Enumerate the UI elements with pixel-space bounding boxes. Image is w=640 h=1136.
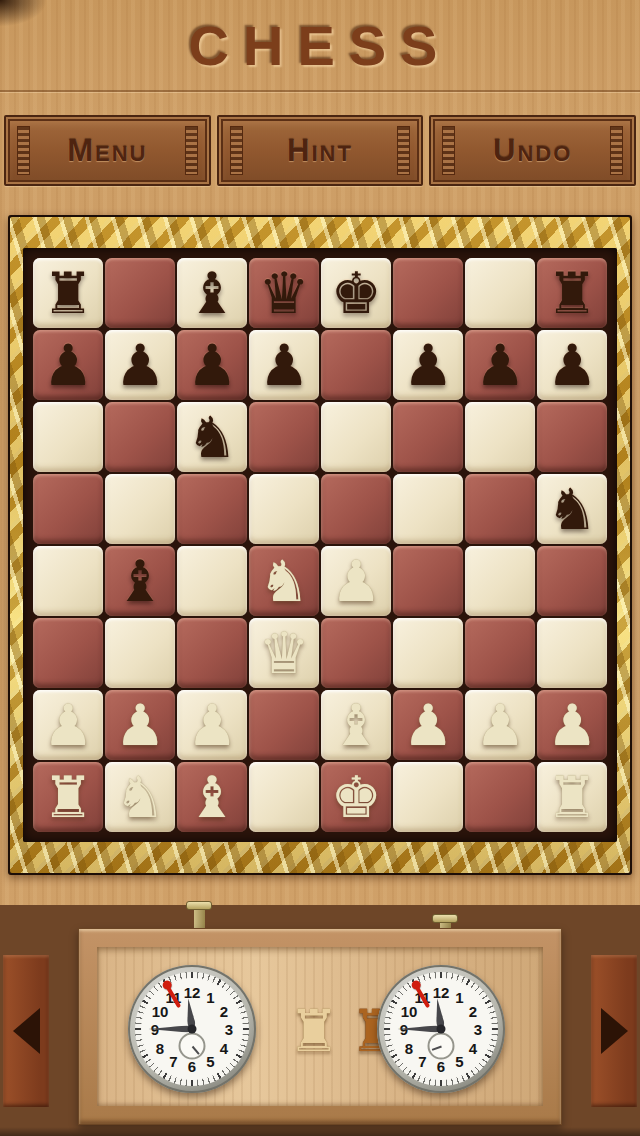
black-knight: ♞ (177, 402, 247, 472)
next-arrow-button[interactable] (591, 955, 637, 1107)
toolbar: Menu Hint Undo (0, 92, 640, 215)
square-h5[interactable]: ♞ (537, 474, 607, 544)
square-a2[interactable]: ♟ (33, 690, 103, 760)
black-bishop: ♝ (105, 546, 175, 616)
white-clock: 1 2 3 4 5 6 7 8 9 10 11 12 (128, 965, 256, 1093)
square-e2[interactable]: ♝ (321, 690, 391, 760)
menu-button-label: Menu (67, 133, 147, 169)
square-h3[interactable] (537, 618, 607, 688)
square-b6[interactable] (105, 402, 175, 472)
square-g1[interactable] (465, 762, 535, 832)
square-a8[interactable]: ♜ (33, 258, 103, 328)
square-a5[interactable] (33, 474, 103, 544)
white-bishop: ♝ (177, 762, 247, 832)
white-pawn: ♟ (537, 690, 607, 760)
black-clock-face: 1 2 3 4 5 6 7 8 9 10 11 12 (390, 978, 492, 1080)
white-pawn: ♟ (177, 690, 247, 760)
square-d3[interactable]: ♛ (249, 618, 319, 688)
black-pawn: ♟ (249, 330, 319, 400)
square-b5[interactable] (105, 474, 175, 544)
square-c1[interactable]: ♝ (177, 762, 247, 832)
chess-app-screen: CHESS Menu Hint Undo ♜♝♛♚♜♟♟♟♟♟♟♟♞♞♝♞♟♛♟… (0, 0, 640, 1136)
black-rook: ♜ (33, 258, 103, 328)
square-c5[interactable] (177, 474, 247, 544)
square-c3[interactable] (177, 618, 247, 688)
board-backing: ♜♝♛♚♜♟♟♟♟♟♟♟♞♞♝♞♟♛♟♟♟♝♟♟♟♜♞♝♚♜ (23, 248, 617, 842)
square-f4[interactable] (393, 546, 463, 616)
square-c4[interactable] (177, 546, 247, 616)
button-ornament-icon (185, 126, 198, 175)
square-f3[interactable] (393, 618, 463, 688)
square-b8[interactable] (105, 258, 175, 328)
white-knight: ♞ (105, 762, 175, 832)
white-rook: ♜ (537, 762, 607, 832)
white-rook: ♜ (33, 762, 103, 832)
plunger-cap (432, 914, 458, 923)
square-f1[interactable] (393, 762, 463, 832)
square-d8[interactable]: ♛ (249, 258, 319, 328)
prev-arrow-button[interactable] (3, 955, 49, 1107)
square-h8[interactable]: ♜ (537, 258, 607, 328)
square-d4[interactable]: ♞ (249, 546, 319, 616)
square-g5[interactable] (465, 474, 535, 544)
square-g7[interactable]: ♟ (465, 330, 535, 400)
menu-button[interactable]: Menu (4, 115, 211, 186)
square-a7[interactable]: ♟ (33, 330, 103, 400)
white-clock-face: 1 2 3 4 5 6 7 8 9 10 11 12 (141, 978, 243, 1080)
square-c7[interactable]: ♟ (177, 330, 247, 400)
page-title: CHESS (189, 13, 452, 78)
black-pawn: ♟ (105, 330, 175, 400)
button-ornament-icon (397, 126, 410, 175)
subdial-hand (431, 1045, 441, 1050)
seconds-subdial (428, 1033, 455, 1060)
gold-foil-frame: ♜♝♛♚♜♟♟♟♟♟♟♟♞♞♝♞♟♛♟♟♟♝♟♟♟♜♞♝♚♜ (10, 217, 630, 873)
white-bishop: ♝ (321, 690, 391, 760)
square-b2[interactable]: ♟ (105, 690, 175, 760)
square-g2[interactable]: ♟ (465, 690, 535, 760)
white-knight: ♞ (249, 546, 319, 616)
square-h6[interactable] (537, 402, 607, 472)
black-pawn: ♟ (465, 330, 535, 400)
undo-button[interactable]: Undo (429, 115, 636, 186)
square-e6[interactable] (321, 402, 391, 472)
square-h1[interactable]: ♜ (537, 762, 607, 832)
square-a1[interactable]: ♜ (33, 762, 103, 832)
black-pawn: ♟ (33, 330, 103, 400)
square-e8[interactable]: ♚ (321, 258, 391, 328)
square-e4[interactable]: ♟ (321, 546, 391, 616)
square-e5[interactable] (321, 474, 391, 544)
chess-clock-section: 1 2 3 4 5 6 7 8 9 10 11 12 (0, 905, 640, 1136)
square-e3[interactable] (321, 618, 391, 688)
white-pawn: ♟ (105, 690, 175, 760)
square-b1[interactable]: ♞ (105, 762, 175, 832)
square-d5[interactable] (249, 474, 319, 544)
clock-panel: 1 2 3 4 5 6 7 8 9 10 11 12 (97, 947, 543, 1106)
clock-hub (437, 1025, 446, 1034)
white-pawn: ♟ (465, 690, 535, 760)
white-pawn: ♟ (393, 690, 463, 760)
left-arrow-icon (13, 1008, 40, 1054)
black-bishop: ♝ (177, 258, 247, 328)
square-f2[interactable]: ♟ (393, 690, 463, 760)
black-pawn: ♟ (537, 330, 607, 400)
square-h7[interactable]: ♟ (537, 330, 607, 400)
square-a3[interactable] (33, 618, 103, 688)
chess-board: ♜♝♛♚♜♟♟♟♟♟♟♟♞♞♝♞♟♛♟♟♟♝♟♟♟♜♞♝♚♜ (33, 258, 607, 832)
hint-button[interactable]: Hint (217, 115, 424, 186)
header: CHESS (0, 0, 640, 92)
square-d2[interactable] (249, 690, 319, 760)
square-h4[interactable] (537, 546, 607, 616)
hint-button-label: Hint (287, 133, 353, 169)
square-c8[interactable]: ♝ (177, 258, 247, 328)
square-b7[interactable]: ♟ (105, 330, 175, 400)
subdial-hand (191, 1045, 199, 1054)
square-d6[interactable] (249, 402, 319, 472)
square-d1[interactable] (249, 762, 319, 832)
square-b4[interactable]: ♝ (105, 546, 175, 616)
white-king: ♚ (321, 762, 391, 832)
black-pawn: ♟ (177, 330, 247, 400)
button-ornament-icon (17, 126, 30, 175)
square-f5[interactable] (393, 474, 463, 544)
square-e7[interactable] (321, 330, 391, 400)
square-h2[interactable]: ♟ (537, 690, 607, 760)
square-d7[interactable]: ♟ (249, 330, 319, 400)
button-ornament-icon (442, 126, 455, 175)
white-pawn: ♟ (33, 690, 103, 760)
square-c2[interactable]: ♟ (177, 690, 247, 760)
square-g8[interactable] (465, 258, 535, 328)
square-g4[interactable] (465, 546, 535, 616)
black-queen: ♛ (249, 258, 319, 328)
black-clock: 1 2 3 4 5 6 7 8 9 10 11 12 (377, 965, 505, 1093)
black-knight: ♞ (537, 474, 607, 544)
square-a4[interactable] (33, 546, 103, 616)
clock-case: 1 2 3 4 5 6 7 8 9 10 11 12 (78, 928, 562, 1125)
button-ornament-icon (230, 126, 243, 175)
white-queen: ♛ (249, 618, 319, 688)
clock-hub (188, 1025, 197, 1034)
square-g3[interactable] (465, 618, 535, 688)
white-pawn: ♟ (321, 546, 391, 616)
button-ornament-icon (610, 126, 623, 175)
square-c6[interactable]: ♞ (177, 402, 247, 472)
black-king: ♚ (321, 258, 391, 328)
square-e1[interactable]: ♚ (321, 762, 391, 832)
square-b3[interactable] (105, 618, 175, 688)
plunger-cap (186, 901, 212, 910)
wood-divider (0, 875, 640, 905)
white-rook-icon: ♜ (288, 1002, 340, 1060)
square-f6[interactable] (393, 402, 463, 472)
black-pawn: ♟ (393, 330, 463, 400)
square-f7[interactable]: ♟ (393, 330, 463, 400)
seconds-subdial (179, 1033, 206, 1060)
square-f8[interactable] (393, 258, 463, 328)
undo-button-label: Undo (493, 133, 572, 169)
black-rook: ♜ (537, 258, 607, 328)
right-arrow-icon (601, 1008, 628, 1054)
board-frame: ♜♝♛♚♜♟♟♟♟♟♟♟♞♞♝♞♟♛♟♟♟♝♟♟♟♜♞♝♚♜ (8, 215, 632, 875)
square-g6[interactable] (465, 402, 535, 472)
square-a6[interactable] (33, 402, 103, 472)
